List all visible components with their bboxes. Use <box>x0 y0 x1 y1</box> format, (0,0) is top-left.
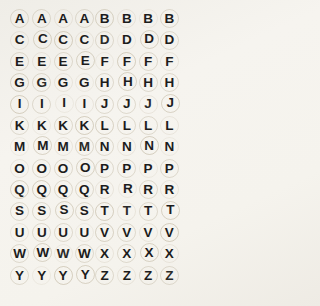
letter-cell: W <box>74 243 95 264</box>
letter-cell: Y <box>10 265 31 286</box>
letter-cell: D <box>159 29 180 50</box>
letter-sticker: L <box>95 116 114 135</box>
letter-cell: Q <box>74 179 95 200</box>
letter-cell: K <box>53 115 74 136</box>
letter-sticker: V <box>117 223 136 242</box>
letter-cell: W <box>53 243 74 264</box>
letter-cell: S <box>10 200 31 221</box>
letter-cell: I <box>31 94 52 115</box>
letter-cell: Z <box>95 265 116 286</box>
letter-sticker: E <box>10 52 29 71</box>
letter-cell: W <box>10 243 31 264</box>
letter-cell: O <box>10 158 31 179</box>
letter-sticker: W <box>54 244 73 263</box>
letter-cell: S <box>31 200 52 221</box>
letter-cell: Q <box>31 179 52 200</box>
letter-sticker: M <box>54 137 73 156</box>
letter-cell: I <box>10 94 31 115</box>
letter-cell: B <box>159 8 180 29</box>
letter-cell: F <box>138 51 159 72</box>
letter-cell: A <box>74 8 95 29</box>
letter-sticker: N <box>117 137 136 156</box>
letter-cell: B <box>138 8 159 29</box>
letter-sticker: Q <box>75 180 94 199</box>
letter-cell: E <box>74 51 95 72</box>
letter-sticker: F <box>117 52 136 71</box>
letter-cell: Z <box>159 265 180 286</box>
letter-cell: G <box>31 72 52 93</box>
letter-cell: H <box>138 72 159 93</box>
letter-sticker: C <box>75 31 94 50</box>
letter-cell: Z <box>138 265 159 286</box>
letter-sticker: X <box>140 243 159 262</box>
letter-sticker: E <box>54 52 73 71</box>
letter-sticker: N <box>140 136 159 155</box>
letter-sticker: A <box>54 9 73 28</box>
letter-sticker: E <box>76 51 95 70</box>
letter-sticker: T <box>117 202 136 221</box>
letter-sticker: H <box>118 72 137 91</box>
letter-cell: W <box>31 243 52 264</box>
letter-sticker: L <box>160 116 179 135</box>
letter-cell: N <box>159 136 180 157</box>
letter-sticker: G <box>75 73 94 92</box>
letter-sticker: Z <box>117 266 136 285</box>
letter-sticker: A <box>75 9 94 28</box>
letter-sticker: Z <box>95 266 114 285</box>
letter-sticker: C <box>54 31 73 50</box>
letter-sticker: O <box>32 159 51 178</box>
letter-cell: D <box>116 29 137 50</box>
letter-cell: R <box>138 179 159 200</box>
letter-sticker: X <box>95 244 114 263</box>
letter-sticker: R <box>95 180 114 199</box>
letter-cell: R <box>95 179 116 200</box>
letter-cell: E <box>31 51 52 72</box>
letter-sticker: O <box>54 159 73 178</box>
letter-cell: F <box>95 51 116 72</box>
letter-sticker: V <box>160 223 179 242</box>
letter-cell: P <box>116 158 137 179</box>
letter-cell: U <box>74 222 95 243</box>
letter-sticker: H <box>139 73 158 92</box>
letter-sticker: C <box>10 31 29 50</box>
letter-sticker: P <box>95 159 114 178</box>
letter-sticker: I <box>32 95 51 114</box>
letter-sticker: D <box>95 31 114 50</box>
letter-cell: Q <box>10 179 31 200</box>
letter-sticker: A <box>32 9 51 28</box>
letter-sticker: S <box>10 202 29 221</box>
letter-sticker: W <box>75 244 94 263</box>
letter-sticker: V <box>95 223 114 242</box>
letter-sticker: I <box>10 95 29 114</box>
letter-sticker: Y <box>32 266 51 285</box>
letter-sticker: M <box>75 137 94 156</box>
letter-sticker: G <box>10 73 29 92</box>
letter-cell: G <box>74 72 95 93</box>
letter-cell: E <box>53 51 74 72</box>
letter-grid: AAAABBBBCCCCDDDDEEEEFFFFGGGGHHHHIIIIJJJJ… <box>10 8 180 286</box>
letter-cell: C <box>53 29 74 50</box>
letter-sticker: J <box>139 95 158 114</box>
letter-sticker: U <box>10 223 29 242</box>
letter-sticker: R <box>118 179 137 198</box>
sticker-sheet: AAAABBBBCCCCDDDDEEEEFFFFGGGGHHHHIIIIJJJJ… <box>0 0 200 306</box>
letter-cell: J <box>95 94 116 115</box>
letter-sticker: Y <box>10 266 29 285</box>
letter-sticker: Z <box>160 266 179 285</box>
letter-sticker: P <box>117 159 136 178</box>
letter-cell: G <box>53 72 74 93</box>
letter-cell: A <box>53 8 74 29</box>
letter-sticker: H <box>160 73 179 92</box>
letter-cell: X <box>159 243 180 264</box>
letter-cell: M <box>53 136 74 157</box>
letter-cell: Z <box>116 265 137 286</box>
letter-cell: M <box>31 136 52 157</box>
letter-sticker: I <box>75 95 94 114</box>
letter-sticker: W <box>10 244 29 263</box>
letter-sticker: T <box>95 202 114 221</box>
letter-cell: D <box>138 29 159 50</box>
letter-cell: T <box>159 200 180 221</box>
letter-sticker: H <box>95 73 114 92</box>
letter-sticker: Q <box>10 180 29 199</box>
letter-sticker: X <box>160 244 179 263</box>
letter-cell: F <box>116 51 137 72</box>
letter-sticker: J <box>161 94 180 113</box>
letter-cell: S <box>53 200 74 221</box>
letter-cell: U <box>31 222 52 243</box>
letter-cell: S <box>74 200 95 221</box>
letter-sticker: F <box>95 52 114 71</box>
letter-cell: L <box>159 115 180 136</box>
letter-cell: E <box>10 51 31 72</box>
letter-cell: P <box>159 158 180 179</box>
letter-sticker: R <box>160 180 179 199</box>
letter-cell: H <box>95 72 116 93</box>
letter-sticker: K <box>75 116 94 135</box>
letter-sticker: Z <box>139 266 158 285</box>
letter-sticker: G <box>32 73 51 92</box>
letter-sticker: X <box>117 244 136 263</box>
letter-cell: N <box>138 136 159 157</box>
letter-sticker: W <box>33 243 52 262</box>
letter-cell: Q <box>53 179 74 200</box>
letter-cell: O <box>53 158 74 179</box>
letter-cell: H <box>159 72 180 93</box>
letter-cell: B <box>116 8 137 29</box>
letter-sticker: M <box>10 137 29 156</box>
letter-cell: P <box>95 158 116 179</box>
letter-cell: V <box>95 222 116 243</box>
letter-cell: A <box>31 8 52 29</box>
letter-cell: X <box>116 243 137 264</box>
letter-cell: M <box>10 136 31 157</box>
letter-cell: Y <box>74 265 95 286</box>
letter-cell: K <box>31 115 52 136</box>
letter-sticker: A <box>10 9 29 28</box>
letter-cell: G <box>10 72 31 93</box>
letter-sticker: P <box>139 159 158 178</box>
letter-sticker: B <box>95 9 114 28</box>
letter-sticker: Q <box>54 180 73 199</box>
letter-cell: R <box>159 179 180 200</box>
letter-sticker: P <box>160 159 179 178</box>
letter-cell: V <box>138 222 159 243</box>
letter-cell: B <box>95 8 116 29</box>
letter-cell: D <box>95 29 116 50</box>
letter-sticker: U <box>54 223 73 242</box>
letter-cell: J <box>116 94 137 115</box>
letter-sticker: J <box>117 95 136 114</box>
letter-sticker: B <box>139 9 158 28</box>
letter-cell: C <box>74 29 95 50</box>
letter-cell: K <box>74 115 95 136</box>
letter-sticker: D <box>140 30 159 49</box>
letter-cell: U <box>53 222 74 243</box>
letter-cell: T <box>95 200 116 221</box>
letter-sticker: K <box>10 116 29 135</box>
letter-sticker: R <box>139 180 158 199</box>
letter-sticker: L <box>139 116 158 135</box>
letter-sticker: G <box>54 73 73 92</box>
letter-sticker: Q <box>32 180 51 199</box>
letter-cell: L <box>116 115 137 136</box>
letter-cell: U <box>10 222 31 243</box>
letter-sticker: S <box>75 202 94 221</box>
letter-sticker: B <box>117 9 136 28</box>
letter-cell: R <box>116 179 137 200</box>
letter-sticker: S <box>55 201 74 220</box>
letter-sticker: F <box>160 52 179 71</box>
letter-sticker: F <box>139 52 158 71</box>
letter-cell: H <box>116 72 137 93</box>
letter-cell: T <box>116 200 137 221</box>
letter-cell: L <box>95 115 116 136</box>
letter-sticker: V <box>139 223 158 242</box>
letter-sticker: B <box>160 9 179 28</box>
letter-cell: O <box>31 158 52 179</box>
letter-cell: V <box>116 222 137 243</box>
letter-cell: I <box>74 94 95 115</box>
letter-cell: V <box>159 222 180 243</box>
letter-sticker: E <box>32 52 51 71</box>
letter-sticker: Y <box>76 265 95 284</box>
letter-cell: M <box>74 136 95 157</box>
letter-sticker: D <box>160 31 179 50</box>
letter-cell: Y <box>53 265 74 286</box>
letter-cell: F <box>159 51 180 72</box>
letter-sticker: K <box>32 116 51 135</box>
letter-cell: X <box>138 243 159 264</box>
letter-cell: N <box>95 136 116 157</box>
letter-sticker: T <box>161 201 180 220</box>
letter-cell: Y <box>31 265 52 286</box>
letter-sticker: N <box>160 137 179 156</box>
letter-sticker: U <box>32 223 51 242</box>
letter-cell: J <box>159 94 180 115</box>
letter-cell: N <box>116 136 137 157</box>
letter-sticker: U <box>75 223 94 242</box>
letter-cell: X <box>95 243 116 264</box>
letter-cell: L <box>138 115 159 136</box>
letter-cell: K <box>10 115 31 136</box>
letter-sticker: M <box>33 136 52 155</box>
letter-sticker: Y <box>54 266 73 285</box>
letter-cell: C <box>31 29 52 50</box>
letter-sticker: K <box>54 116 73 135</box>
letter-cell: O <box>74 158 95 179</box>
letter-sticker: T <box>139 202 158 221</box>
letter-cell: J <box>138 94 159 115</box>
letter-sticker: L <box>117 116 136 135</box>
letter-cell: A <box>10 8 31 29</box>
letter-sticker: C <box>33 30 52 49</box>
letter-cell: I <box>53 94 74 115</box>
letter-cell: T <box>138 200 159 221</box>
letter-sticker: O <box>10 159 29 178</box>
letter-sticker: I <box>55 94 74 113</box>
letter-sticker: O <box>76 158 95 177</box>
letter-sticker: D <box>117 31 136 50</box>
letter-sticker: S <box>32 202 51 221</box>
letter-sticker: J <box>95 95 114 114</box>
letter-cell: C <box>10 29 31 50</box>
letter-cell: P <box>138 158 159 179</box>
letter-sticker: N <box>95 137 114 156</box>
